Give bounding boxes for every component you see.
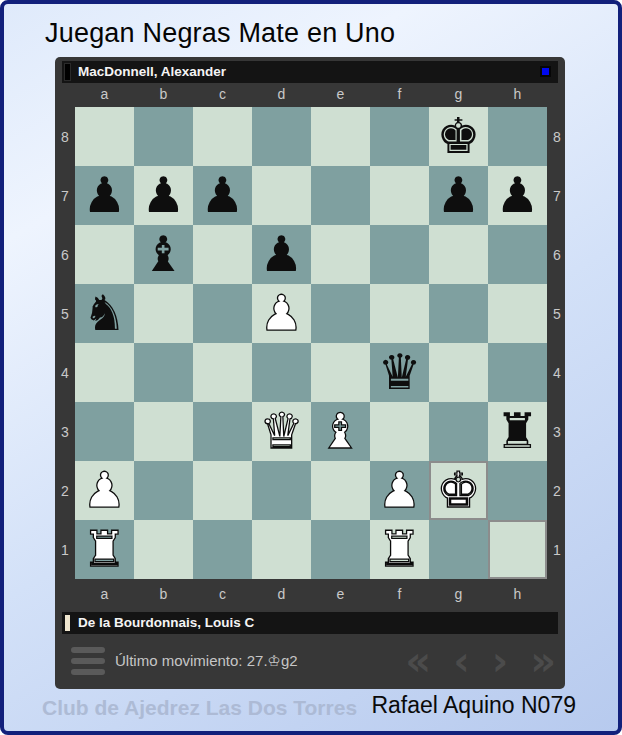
- square-f5[interactable]: [370, 284, 429, 343]
- page-title: Juegan Negras Mate en Uno: [45, 18, 395, 49]
- file-label-c: c: [193, 83, 252, 105]
- square-e2[interactable]: [311, 461, 370, 520]
- square-e6[interactable]: [311, 225, 370, 284]
- file-label-e: e: [311, 583, 370, 605]
- piece-white-pawn[interactable]: ♟: [370, 461, 429, 520]
- rank-labels-left: 87654321: [55, 107, 75, 579]
- square-g5[interactable]: [429, 284, 488, 343]
- nav-last-button[interactable]: »: [530, 641, 556, 681]
- square-g7[interactable]: ♟: [429, 166, 488, 225]
- square-h3[interactable]: ♜: [488, 402, 547, 461]
- file-label-g: g: [429, 83, 488, 105]
- black-color-indicator: [65, 64, 70, 80]
- file-label-e: e: [311, 83, 370, 105]
- square-h8[interactable]: [488, 107, 547, 166]
- file-label-g: g: [429, 583, 488, 605]
- author-credit: Rafael Aquino N079: [371, 692, 576, 719]
- last-move-text: Último movimiento: 27.♔g2: [115, 645, 298, 677]
- file-label-f: f: [370, 583, 429, 605]
- file-labels-bottom: abcdefgh: [75, 583, 547, 605]
- nav-next-button[interactable]: ›: [492, 641, 508, 681]
- square-g3[interactable]: [429, 402, 488, 461]
- white-color-indicator: [65, 615, 70, 631]
- chess-panel: MacDonnell, Alexander abcdefgh 87654321 …: [55, 57, 565, 689]
- file-label-d: d: [252, 583, 311, 605]
- square-a6[interactable]: [75, 225, 134, 284]
- square-e1[interactable]: [311, 520, 370, 579]
- club-watermark: Club de Ajedrez Las Dos Torres: [42, 696, 357, 720]
- nav-prev-button[interactable]: ‹: [453, 641, 469, 681]
- rank-label-7: 7: [547, 166, 567, 225]
- piece-white-rook[interactable]: ♜: [75, 520, 134, 579]
- rank-label-1: 1: [55, 520, 75, 579]
- square-c7[interactable]: ♟: [193, 166, 252, 225]
- rank-label-6: 6: [55, 225, 75, 284]
- piece-black-rook[interactable]: ♜: [488, 402, 547, 461]
- square-d7[interactable]: [252, 166, 311, 225]
- piece-black-pawn[interactable]: ♟: [193, 166, 252, 225]
- file-label-c: c: [193, 583, 252, 605]
- square-f2[interactable]: ♟: [370, 461, 429, 520]
- rank-label-7: 7: [55, 166, 75, 225]
- square-d4[interactable]: [252, 343, 311, 402]
- square-e7[interactable]: [311, 166, 370, 225]
- square-h5[interactable]: [488, 284, 547, 343]
- square-b8[interactable]: [134, 107, 193, 166]
- square-f8[interactable]: [370, 107, 429, 166]
- turn-indicator: [540, 66, 551, 77]
- square-a2[interactable]: ♟: [75, 461, 134, 520]
- rank-label-8: 8: [55, 107, 75, 166]
- bottom-player-bar: De la Bourdonnais, Louis C: [62, 612, 558, 634]
- file-label-a: a: [75, 583, 134, 605]
- piece-black-pawn[interactable]: ♟: [429, 166, 488, 225]
- square-h4[interactable]: [488, 343, 547, 402]
- rank-label-4: 4: [547, 343, 567, 402]
- square-b5[interactable]: [134, 284, 193, 343]
- app-frame: Juegan Negras Mate en Uno MacDonnell, Al…: [0, 0, 622, 735]
- file-label-f: f: [370, 83, 429, 105]
- square-c8[interactable]: [193, 107, 252, 166]
- file-labels-top: abcdefgh: [75, 83, 547, 105]
- square-f1[interactable]: ♜: [370, 520, 429, 579]
- square-c2[interactable]: [193, 461, 252, 520]
- square-c5[interactable]: [193, 284, 252, 343]
- square-a4[interactable]: [75, 343, 134, 402]
- file-label-b: b: [134, 83, 193, 105]
- piece-white-rook[interactable]: ♜: [370, 520, 429, 579]
- rank-label-5: 5: [547, 284, 567, 343]
- square-c6[interactable]: [193, 225, 252, 284]
- square-b6[interactable]: ♝: [134, 225, 193, 284]
- rank-label-1: 1: [547, 520, 567, 579]
- rank-label-2: 2: [547, 461, 567, 520]
- square-b4[interactable]: [134, 343, 193, 402]
- rank-label-6: 6: [547, 225, 567, 284]
- piece-black-pawn[interactable]: ♟: [75, 166, 134, 225]
- square-h2[interactable]: [488, 461, 547, 520]
- square-h6[interactable]: [488, 225, 547, 284]
- piece-white-queen[interactable]: ♛: [252, 402, 311, 461]
- square-d2[interactable]: [252, 461, 311, 520]
- square-b7[interactable]: ♟: [134, 166, 193, 225]
- piece-black-bishop[interactable]: ♝: [134, 225, 193, 284]
- piece-black-knight[interactable]: ♞: [75, 284, 134, 343]
- square-a3[interactable]: [75, 402, 134, 461]
- square-a7[interactable]: ♟: [75, 166, 134, 225]
- square-f4[interactable]: ♛: [370, 343, 429, 402]
- piece-white-pawn[interactable]: ♟: [75, 461, 134, 520]
- rank-label-4: 4: [55, 343, 75, 402]
- file-label-h: h: [488, 83, 547, 105]
- piece-black-pawn[interactable]: ♟: [488, 166, 547, 225]
- nav-first-button[interactable]: «: [405, 641, 431, 681]
- square-d8[interactable]: [252, 107, 311, 166]
- square-a8[interactable]: [75, 107, 134, 166]
- rank-label-2: 2: [55, 461, 75, 520]
- square-d1[interactable]: [252, 520, 311, 579]
- piece-white-king[interactable]: ♚: [429, 461, 488, 520]
- square-h7[interactable]: ♟: [488, 166, 547, 225]
- piece-black-king[interactable]: ♚: [429, 107, 488, 166]
- file-label-d: d: [252, 83, 311, 105]
- square-b2[interactable]: [134, 461, 193, 520]
- square-g6[interactable]: [429, 225, 488, 284]
- rank-label-3: 3: [55, 402, 75, 461]
- rank-label-5: 5: [55, 284, 75, 343]
- file-label-a: a: [75, 83, 134, 105]
- rank-label-8: 8: [547, 107, 567, 166]
- square-b1[interactable]: [134, 520, 193, 579]
- piece-white-bishop[interactable]: ♝: [311, 402, 370, 461]
- square-e4[interactable]: [311, 343, 370, 402]
- square-c3[interactable]: [193, 402, 252, 461]
- board: ♚♟♟♟♟♟♝♟♞♟♛♛♝♜♟♟♚♜♜: [75, 107, 547, 579]
- square-d5[interactable]: ♟: [252, 284, 311, 343]
- top-player-bar: MacDonnell, Alexander: [62, 61, 558, 83]
- square-h1[interactable]: [488, 520, 547, 579]
- piece-black-queen[interactable]: ♛: [370, 343, 429, 402]
- piece-black-pawn[interactable]: ♟: [134, 166, 193, 225]
- square-a5[interactable]: ♞: [75, 284, 134, 343]
- square-d3[interactable]: ♛: [252, 402, 311, 461]
- square-e3[interactable]: ♝: [311, 402, 370, 461]
- square-f7[interactable]: [370, 166, 429, 225]
- square-g4[interactable]: [429, 343, 488, 402]
- square-c4[interactable]: [193, 343, 252, 402]
- piece-white-pawn[interactable]: ♟: [252, 284, 311, 343]
- square-g2[interactable]: ♚: [429, 461, 488, 520]
- menu-icon[interactable]: [71, 647, 105, 680]
- square-f6[interactable]: [370, 225, 429, 284]
- move-navigation: « ‹ › »: [405, 637, 556, 685]
- square-a1[interactable]: ♜: [75, 520, 134, 579]
- rank-labels-right: 87654321: [547, 107, 567, 579]
- piece-black-pawn[interactable]: ♟: [252, 225, 311, 284]
- square-c1[interactable]: [193, 520, 252, 579]
- square-e5[interactable]: [311, 284, 370, 343]
- square-e8[interactable]: [311, 107, 370, 166]
- file-label-h: h: [488, 583, 547, 605]
- square-f3[interactable]: [370, 402, 429, 461]
- file-label-b: b: [134, 583, 193, 605]
- square-g8[interactable]: ♚: [429, 107, 488, 166]
- square-d6[interactable]: ♟: [252, 225, 311, 284]
- rank-label-3: 3: [547, 402, 567, 461]
- square-b3[interactable]: [134, 402, 193, 461]
- square-g1[interactable]: [429, 520, 488, 579]
- player-name-top: MacDonnell, Alexander: [78, 61, 226, 83]
- player-name-bottom: De la Bourdonnais, Louis C: [78, 612, 254, 634]
